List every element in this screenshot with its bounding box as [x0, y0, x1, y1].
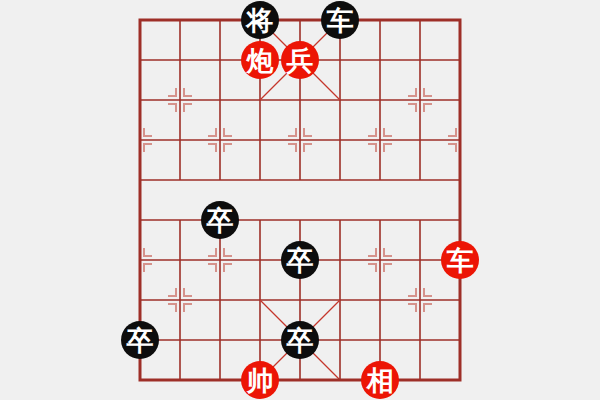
xiangqi-board: 将车炮兵卒卒车卒卒帅相 — [0, 0, 600, 400]
piece-red-cannon[interactable]: 炮 — [241, 41, 279, 79]
piece-black-general[interactable]: 将 — [241, 1, 279, 39]
piece-black-soldier[interactable]: 卒 — [121, 321, 159, 359]
pieces-layer: 将车炮兵卒卒车卒卒帅相 — [120, 0, 480, 400]
piece-black-soldier[interactable]: 卒 — [281, 321, 319, 359]
piece-black-soldier[interactable]: 卒 — [281, 241, 319, 279]
piece-red-elephant[interactable]: 相 — [361, 361, 399, 399]
piece-black-soldier[interactable]: 卒 — [201, 201, 239, 239]
piece-red-chariot[interactable]: 车 — [441, 241, 479, 279]
piece-black-chariot[interactable]: 车 — [321, 1, 359, 39]
piece-red-general[interactable]: 帅 — [241, 361, 279, 399]
piece-red-soldier[interactable]: 兵 — [281, 41, 319, 79]
